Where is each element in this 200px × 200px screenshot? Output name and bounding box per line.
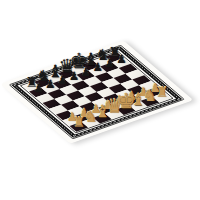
product-photo: ♜♞♝♛♚♝♞♜♟♟♟♟♟♟♟♟♟♟♟♟♟♟♟♟♜♞♝♛♚♝♞♜ <box>0 0 200 200</box>
chess-board <box>22 52 171 132</box>
chess-mat <box>0 40 193 143</box>
